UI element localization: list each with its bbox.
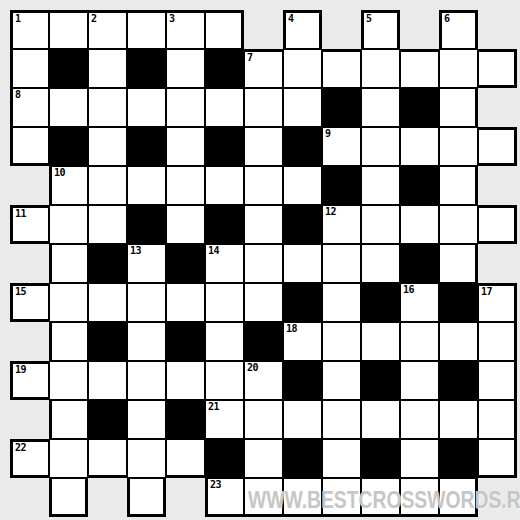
white-cell[interactable] xyxy=(283,88,322,127)
white-cell[interactable] xyxy=(88,88,127,127)
white-cell[interactable] xyxy=(205,166,244,205)
empty-space xyxy=(166,478,205,517)
white-cell[interactable]: 9 xyxy=(322,127,361,166)
white-cell[interactable] xyxy=(244,88,283,127)
white-cell[interactable]: 5 xyxy=(361,10,400,49)
white-cell[interactable] xyxy=(49,322,88,361)
white-cell[interactable] xyxy=(166,439,205,478)
white-cell[interactable] xyxy=(283,478,322,517)
white-cell[interactable] xyxy=(127,478,166,517)
white-cell[interactable] xyxy=(322,49,361,88)
white-cell[interactable] xyxy=(205,361,244,400)
white-cell[interactable] xyxy=(166,127,205,166)
black-cell xyxy=(205,439,244,478)
white-cell[interactable] xyxy=(244,166,283,205)
white-cell[interactable] xyxy=(127,439,166,478)
white-cell[interactable] xyxy=(439,400,478,439)
white-cell[interactable] xyxy=(244,127,283,166)
white-cell[interactable] xyxy=(400,127,439,166)
clue-number: 2 xyxy=(91,13,97,25)
empty-space xyxy=(244,10,283,49)
white-cell[interactable] xyxy=(478,205,517,244)
white-cell[interactable] xyxy=(400,361,439,400)
clue-number: 6 xyxy=(444,13,450,25)
white-cell[interactable]: 1 xyxy=(10,10,49,49)
white-cell[interactable] xyxy=(439,166,478,205)
clue-number: 4 xyxy=(288,13,294,25)
black-cell xyxy=(439,361,478,400)
white-cell[interactable]: 4 xyxy=(283,10,322,49)
black-cell xyxy=(439,439,478,478)
white-cell[interactable] xyxy=(49,361,88,400)
black-cell xyxy=(322,88,361,127)
white-cell[interactable] xyxy=(166,166,205,205)
white-cell[interactable] xyxy=(478,361,517,400)
black-cell xyxy=(205,127,244,166)
white-cell[interactable] xyxy=(478,439,517,478)
empty-space xyxy=(10,166,49,205)
white-cell[interactable]: 2 xyxy=(88,10,127,49)
white-cell[interactable] xyxy=(322,361,361,400)
white-cell[interactable]: 12 xyxy=(322,205,361,244)
clue-number: 12 xyxy=(325,206,336,218)
clue-number: 18 xyxy=(286,323,297,335)
white-cell[interactable] xyxy=(127,10,166,49)
black-cell xyxy=(88,400,127,439)
black-cell xyxy=(361,439,400,478)
white-cell[interactable]: 3 xyxy=(166,10,205,49)
white-cell[interactable] xyxy=(166,49,205,88)
white-cell[interactable]: 11 xyxy=(10,205,49,244)
white-cell[interactable] xyxy=(127,322,166,361)
white-cell[interactable] xyxy=(244,478,283,517)
empty-space xyxy=(10,322,49,361)
crossword-board: 1234567891011121314151617181920212223 xyxy=(10,10,517,517)
white-cell[interactable] xyxy=(49,478,88,517)
white-cell[interactable] xyxy=(439,322,478,361)
white-cell[interactable] xyxy=(127,283,166,322)
white-cell[interactable]: 10 xyxy=(49,166,88,205)
white-cell[interactable]: 19 xyxy=(10,361,49,400)
white-cell[interactable]: 13 xyxy=(127,244,166,283)
clue-number: 23 xyxy=(210,479,221,491)
black-cell xyxy=(49,49,88,88)
black-cell xyxy=(166,322,205,361)
white-cell[interactable] xyxy=(244,400,283,439)
empty-space xyxy=(10,400,49,439)
white-cell[interactable] xyxy=(478,127,517,166)
white-cell[interactable] xyxy=(361,49,400,88)
black-cell xyxy=(400,244,439,283)
white-cell[interactable] xyxy=(166,205,205,244)
black-cell xyxy=(244,322,283,361)
white-cell[interactable] xyxy=(205,322,244,361)
white-cell[interactable] xyxy=(322,322,361,361)
white-cell[interactable] xyxy=(322,478,361,517)
clue-number: 9 xyxy=(325,128,331,140)
white-cell[interactable] xyxy=(88,439,127,478)
black-cell xyxy=(88,322,127,361)
white-cell[interactable]: 17 xyxy=(478,283,517,322)
white-cell[interactable] xyxy=(10,49,49,88)
white-cell[interactable]: 22 xyxy=(10,439,49,478)
white-cell[interactable] xyxy=(49,205,88,244)
empty-space xyxy=(478,166,517,205)
clue-number: 17 xyxy=(481,286,492,298)
black-cell xyxy=(283,361,322,400)
white-cell[interactable] xyxy=(439,127,478,166)
white-cell[interactable] xyxy=(244,439,283,478)
white-cell[interactable] xyxy=(439,49,478,88)
clue-number: 16 xyxy=(403,284,414,296)
white-cell[interactable] xyxy=(205,10,244,49)
clue-number: 11 xyxy=(15,208,26,220)
white-cell[interactable] xyxy=(49,400,88,439)
white-cell[interactable] xyxy=(322,244,361,283)
white-cell[interactable] xyxy=(88,361,127,400)
clue-number: 19 xyxy=(15,364,26,376)
clue-number: 5 xyxy=(366,13,372,25)
white-cell[interactable] xyxy=(127,361,166,400)
white-cell[interactable] xyxy=(439,205,478,244)
empty-space xyxy=(10,478,49,517)
white-cell[interactable] xyxy=(10,127,49,166)
white-cell[interactable] xyxy=(244,283,283,322)
white-cell[interactable] xyxy=(283,166,322,205)
clue-number: 7 xyxy=(247,52,253,64)
white-cell[interactable]: 6 xyxy=(439,10,478,49)
white-cell[interactable]: 15 xyxy=(10,283,49,322)
black-cell xyxy=(127,127,166,166)
black-cell xyxy=(439,283,478,322)
white-cell[interactable] xyxy=(166,283,205,322)
white-cell[interactable] xyxy=(49,283,88,322)
white-cell[interactable] xyxy=(478,400,517,439)
black-cell xyxy=(127,49,166,88)
white-cell[interactable] xyxy=(283,400,322,439)
white-cell[interactable] xyxy=(400,439,439,478)
black-cell xyxy=(283,127,322,166)
clue-number: 13 xyxy=(130,245,141,257)
white-cell[interactable] xyxy=(166,88,205,127)
clue-number: 20 xyxy=(247,362,258,374)
white-cell[interactable]: 23 xyxy=(205,478,244,517)
white-cell[interactable] xyxy=(478,322,517,361)
white-cell[interactable] xyxy=(283,244,322,283)
black-cell xyxy=(205,205,244,244)
white-cell[interactable] xyxy=(49,244,88,283)
black-cell xyxy=(361,361,400,400)
black-cell xyxy=(283,283,322,322)
white-cell[interactable] xyxy=(88,205,127,244)
white-cell[interactable] xyxy=(361,478,400,517)
black-cell xyxy=(127,205,166,244)
clue-number: 3 xyxy=(169,13,175,25)
black-cell xyxy=(166,244,205,283)
white-cell[interactable]: 7 xyxy=(244,49,283,88)
white-cell[interactable] xyxy=(322,400,361,439)
white-cell[interactable] xyxy=(439,478,478,517)
empty-space xyxy=(400,10,439,49)
white-cell[interactable] xyxy=(439,244,478,283)
white-cell[interactable] xyxy=(322,439,361,478)
black-cell xyxy=(205,49,244,88)
white-cell[interactable] xyxy=(49,10,88,49)
white-cell[interactable]: 16 xyxy=(400,283,439,322)
white-cell[interactable] xyxy=(361,205,400,244)
clue-number: 14 xyxy=(208,245,219,257)
white-cell[interactable] xyxy=(49,88,88,127)
white-cell[interactable] xyxy=(205,283,244,322)
white-cell[interactable] xyxy=(361,322,400,361)
white-cell[interactable] xyxy=(127,88,166,127)
white-cell[interactable] xyxy=(127,166,166,205)
page-background: { "game": "crossword", "board": { "rows"… xyxy=(0,0,520,520)
white-cell[interactable] xyxy=(400,205,439,244)
white-cell[interactable]: 20 xyxy=(244,361,283,400)
black-cell xyxy=(322,166,361,205)
white-cell[interactable]: 8 xyxy=(10,88,49,127)
empty-space xyxy=(10,244,49,283)
clue-number: 10 xyxy=(54,167,65,179)
empty-space xyxy=(88,478,127,517)
black-cell xyxy=(283,205,322,244)
black-cell xyxy=(361,283,400,322)
white-cell[interactable] xyxy=(400,322,439,361)
white-cell[interactable] xyxy=(88,166,127,205)
empty-space xyxy=(478,244,517,283)
clue-number: 8 xyxy=(15,89,21,101)
black-cell xyxy=(400,88,439,127)
white-cell[interactable] xyxy=(88,127,127,166)
white-cell[interactable] xyxy=(361,400,400,439)
white-cell[interactable] xyxy=(361,244,400,283)
white-cell[interactable] xyxy=(400,49,439,88)
black-cell xyxy=(400,166,439,205)
clue-number: 21 xyxy=(208,401,219,413)
white-cell[interactable] xyxy=(478,49,517,88)
white-cell[interactable] xyxy=(361,127,400,166)
white-cell[interactable] xyxy=(322,283,361,322)
white-cell[interactable] xyxy=(439,88,478,127)
white-cell[interactable] xyxy=(205,88,244,127)
white-cell[interactable] xyxy=(127,400,166,439)
white-cell[interactable] xyxy=(400,478,439,517)
clue-number: 22 xyxy=(15,442,26,454)
clue-number: 15 xyxy=(15,286,26,298)
white-cell[interactable] xyxy=(88,283,127,322)
white-cell[interactable] xyxy=(88,49,127,88)
white-cell[interactable] xyxy=(283,49,322,88)
white-cell[interactable]: 21 xyxy=(205,400,244,439)
black-cell xyxy=(283,439,322,478)
empty-space xyxy=(478,478,517,517)
white-cell[interactable] xyxy=(361,88,400,127)
black-cell xyxy=(88,244,127,283)
clue-number: 1 xyxy=(15,13,21,25)
empty-space xyxy=(478,10,517,49)
empty-space xyxy=(322,10,361,49)
black-cell xyxy=(166,400,205,439)
white-cell[interactable] xyxy=(244,244,283,283)
white-cell[interactable]: 14 xyxy=(205,244,244,283)
white-cell[interactable] xyxy=(400,400,439,439)
white-cell[interactable] xyxy=(49,439,88,478)
empty-space xyxy=(478,88,517,127)
white-cell[interactable] xyxy=(361,166,400,205)
white-cell[interactable]: 18 xyxy=(283,322,322,361)
white-cell[interactable] xyxy=(166,361,205,400)
white-cell[interactable] xyxy=(244,205,283,244)
black-cell xyxy=(49,127,88,166)
